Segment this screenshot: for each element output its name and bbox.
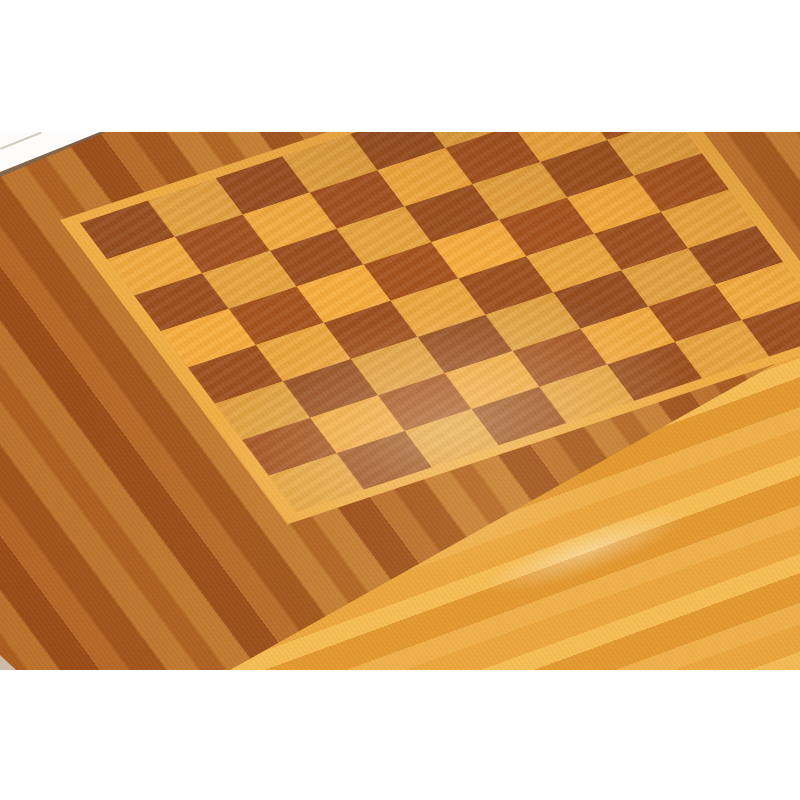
letterbox-top: [0, 0, 800, 132]
letterbox-bottom: [0, 670, 800, 800]
games-table-photo: [0, 132, 800, 670]
photo-vignette: [0, 132, 800, 670]
photo-frame: [0, 0, 800, 800]
